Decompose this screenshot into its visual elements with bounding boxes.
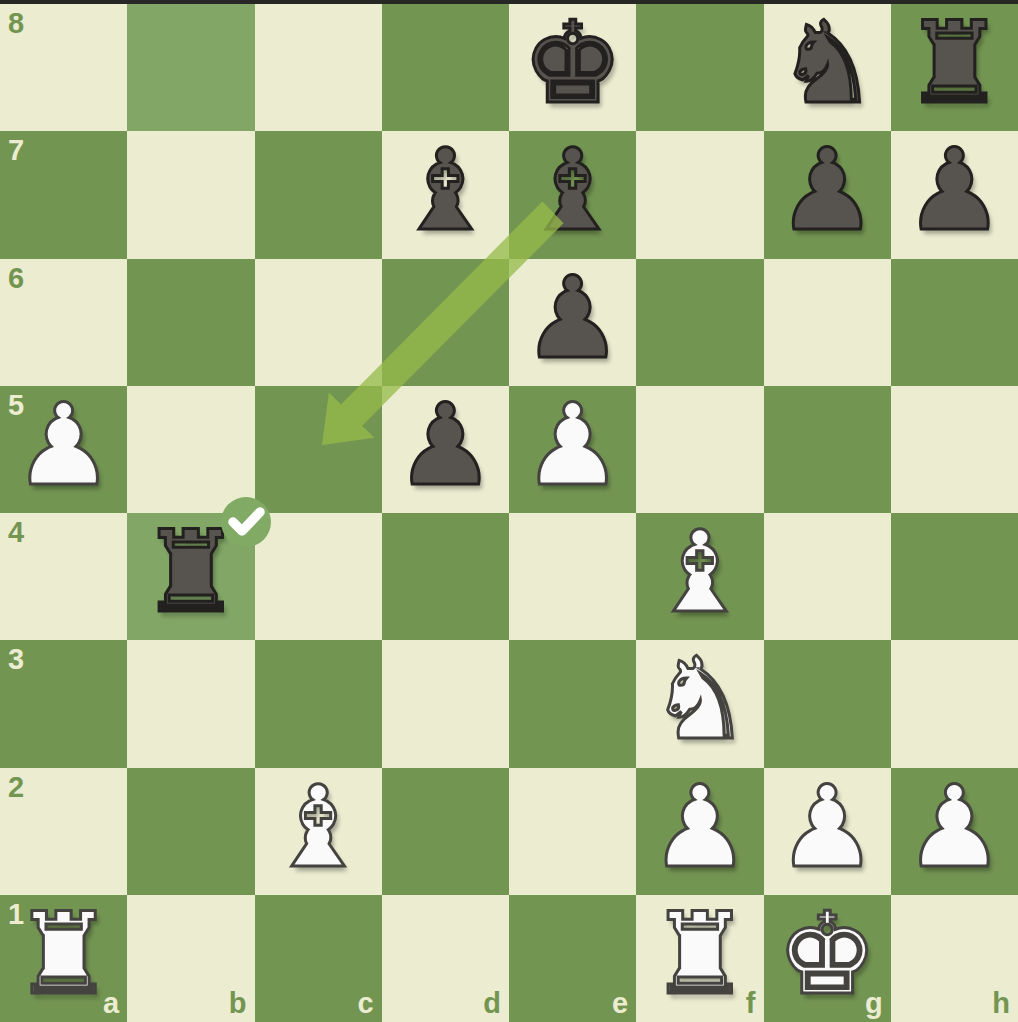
square-f7[interactable] [636, 131, 763, 258]
square-d5[interactable]: ♟ [382, 386, 509, 513]
square-a8[interactable]: 8 [0, 4, 127, 131]
white-pawn[interactable]: ♟ [904, 771, 1005, 884]
white-king[interactable]: ♚ [776, 898, 877, 1011]
square-f6[interactable] [636, 259, 763, 386]
square-d6[interactable] [382, 259, 509, 386]
square-b8[interactable] [127, 4, 254, 131]
square-g8[interactable]: ♞ [764, 4, 891, 131]
square-a3[interactable]: 3 [0, 640, 127, 767]
rank-label-4: 4 [8, 518, 24, 547]
square-e2[interactable] [509, 768, 636, 895]
square-g3[interactable] [764, 640, 891, 767]
square-h5[interactable] [891, 386, 1018, 513]
black-bishop[interactable]: ♝ [395, 134, 496, 247]
file-label-b: b [229, 989, 247, 1018]
rank-label-3: 3 [8, 645, 24, 674]
square-e4[interactable] [509, 513, 636, 640]
square-c4[interactable] [255, 513, 382, 640]
square-b1[interactable]: b [127, 895, 254, 1022]
black-rook[interactable]: ♜ [140, 516, 241, 629]
chess-board[interactable]: 8♚♞♜7♝♝♟♟6♟5♟♟♟4♜♝3♞2♝♟♟♟1a♜bcdef♜g♚h [0, 4, 1018, 1022]
black-pawn[interactable]: ♟ [904, 134, 1005, 247]
square-e5[interactable]: ♟ [509, 386, 636, 513]
rank-label-8: 8 [8, 9, 24, 38]
square-c7[interactable] [255, 131, 382, 258]
square-c1[interactable]: c [255, 895, 382, 1022]
black-king[interactable]: ♚ [522, 7, 623, 120]
square-h4[interactable] [891, 513, 1018, 640]
square-e1[interactable]: e [509, 895, 636, 1022]
square-e7[interactable]: ♝ [509, 131, 636, 258]
square-g4[interactable] [764, 513, 891, 640]
square-g6[interactable] [764, 259, 891, 386]
file-label-c: c [358, 989, 374, 1018]
square-b7[interactable] [127, 131, 254, 258]
square-d8[interactable] [382, 4, 509, 131]
black-knight[interactable]: ♞ [776, 7, 877, 120]
square-h7[interactable]: ♟ [891, 131, 1018, 258]
black-pawn[interactable]: ♟ [522, 262, 623, 375]
square-a4[interactable]: 4 [0, 513, 127, 640]
rank-label-6: 6 [8, 264, 24, 293]
square-c6[interactable] [255, 259, 382, 386]
white-pawn[interactable]: ♟ [776, 771, 877, 884]
square-d3[interactable] [382, 640, 509, 767]
square-b3[interactable] [127, 640, 254, 767]
square-c2[interactable]: ♝ [255, 768, 382, 895]
white-bishop[interactable]: ♝ [649, 516, 750, 629]
black-pawn[interactable]: ♟ [395, 389, 496, 502]
square-e3[interactable] [509, 640, 636, 767]
square-f3[interactable]: ♞ [636, 640, 763, 767]
white-bishop[interactable]: ♝ [267, 771, 368, 884]
file-label-e: e [612, 989, 628, 1018]
black-bishop[interactable]: ♝ [522, 134, 623, 247]
square-b6[interactable] [127, 259, 254, 386]
square-f5[interactable] [636, 386, 763, 513]
white-rook[interactable]: ♜ [649, 898, 750, 1011]
square-d7[interactable]: ♝ [382, 131, 509, 258]
square-f8[interactable] [636, 4, 763, 131]
black-pawn[interactable]: ♟ [776, 134, 877, 247]
white-rook[interactable]: ♜ [13, 898, 114, 1011]
square-e6[interactable]: ♟ [509, 259, 636, 386]
square-d4[interactable] [382, 513, 509, 640]
square-a5[interactable]: 5♟ [0, 386, 127, 513]
square-h3[interactable] [891, 640, 1018, 767]
square-a7[interactable]: 7 [0, 131, 127, 258]
white-pawn[interactable]: ♟ [522, 389, 623, 502]
square-g2[interactable]: ♟ [764, 768, 891, 895]
file-label-d: d [483, 989, 501, 1018]
square-h1[interactable]: h [891, 895, 1018, 1022]
square-a1[interactable]: 1a♜ [0, 895, 127, 1022]
square-d1[interactable]: d [382, 895, 509, 1022]
white-knight[interactable]: ♞ [649, 643, 750, 756]
square-g1[interactable]: g♚ [764, 895, 891, 1022]
white-pawn[interactable]: ♟ [649, 771, 750, 884]
square-f1[interactable]: f♜ [636, 895, 763, 1022]
file-label-h: h [992, 989, 1010, 1018]
square-g7[interactable]: ♟ [764, 131, 891, 258]
white-pawn[interactable]: ♟ [13, 389, 114, 502]
square-h2[interactable]: ♟ [891, 768, 1018, 895]
square-g5[interactable] [764, 386, 891, 513]
square-e8[interactable]: ♚ [509, 4, 636, 131]
square-f4[interactable]: ♝ [636, 513, 763, 640]
square-d2[interactable] [382, 768, 509, 895]
rank-label-2: 2 [8, 773, 24, 802]
rank-label-7: 7 [8, 136, 24, 165]
square-b2[interactable] [127, 768, 254, 895]
square-h6[interactable] [891, 259, 1018, 386]
square-c8[interactable] [255, 4, 382, 131]
square-b5[interactable] [127, 386, 254, 513]
square-c3[interactable] [255, 640, 382, 767]
square-h8[interactable]: ♜ [891, 4, 1018, 131]
square-b4[interactable]: ♜ [127, 513, 254, 640]
black-rook[interactable]: ♜ [904, 7, 1005, 120]
square-c5[interactable] [255, 386, 382, 513]
square-f2[interactable]: ♟ [636, 768, 763, 895]
square-a2[interactable]: 2 [0, 768, 127, 895]
square-a6[interactable]: 6 [0, 259, 127, 386]
